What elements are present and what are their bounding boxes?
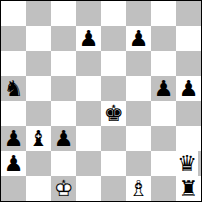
square-g3[interactable] bbox=[151, 126, 176, 151]
square-a5[interactable]: ♞ bbox=[1, 76, 26, 101]
square-d6[interactable] bbox=[76, 51, 101, 76]
square-b1[interactable] bbox=[26, 176, 51, 201]
piece-black-pawn: ♟ bbox=[51, 126, 76, 151]
square-h7[interactable] bbox=[176, 26, 201, 51]
square-e4[interactable]: ♚ bbox=[101, 101, 126, 126]
square-g8[interactable] bbox=[151, 1, 176, 26]
square-d2[interactable] bbox=[76, 151, 101, 176]
square-c2[interactable] bbox=[51, 151, 76, 176]
square-g4[interactable] bbox=[151, 101, 176, 126]
square-g2[interactable] bbox=[151, 151, 176, 176]
square-d8[interactable] bbox=[76, 1, 101, 26]
square-b4[interactable] bbox=[26, 101, 51, 126]
square-e5[interactable] bbox=[101, 76, 126, 101]
square-a8[interactable] bbox=[1, 1, 26, 26]
square-h4[interactable] bbox=[176, 101, 201, 126]
black-piece-glyph: ♟ bbox=[76, 26, 101, 51]
piece-black-pawn: ♟ bbox=[1, 126, 26, 151]
square-f7[interactable]: ♟ bbox=[126, 26, 151, 51]
square-a6[interactable] bbox=[1, 51, 26, 76]
square-e7[interactable] bbox=[101, 26, 126, 51]
square-d3[interactable] bbox=[76, 126, 101, 151]
square-f3[interactable] bbox=[126, 126, 151, 151]
black-piece-glyph: ♟ bbox=[1, 126, 26, 151]
square-b6[interactable] bbox=[26, 51, 51, 76]
piece-black-pawn: ♟ bbox=[151, 76, 176, 101]
piece-black-king: ♚ bbox=[101, 101, 126, 126]
square-b2[interactable] bbox=[26, 151, 51, 176]
square-g5[interactable]: ♟ bbox=[151, 76, 176, 101]
square-d1[interactable] bbox=[76, 176, 101, 201]
square-a1[interactable] bbox=[1, 176, 26, 201]
board-grid: ♟♟♞♟♟♚♟♝♟♟♛♚♔♝♗♜ bbox=[1, 1, 201, 201]
square-g7[interactable] bbox=[151, 26, 176, 51]
square-c3[interactable]: ♟ bbox=[51, 126, 76, 151]
square-g6[interactable] bbox=[151, 51, 176, 76]
square-f4[interactable] bbox=[126, 101, 151, 126]
square-c5[interactable] bbox=[51, 76, 76, 101]
black-piece-glyph: ♟ bbox=[126, 26, 151, 51]
square-f8[interactable] bbox=[126, 1, 151, 26]
white-piece-outline-layer: ♔ bbox=[51, 176, 76, 201]
black-piece-glyph: ♟ bbox=[176, 76, 201, 101]
square-e1[interactable] bbox=[101, 176, 126, 201]
square-a4[interactable] bbox=[1, 101, 26, 126]
square-h3[interactable] bbox=[176, 126, 201, 151]
square-h1[interactable]: ♜ bbox=[176, 176, 201, 201]
square-f5[interactable] bbox=[126, 76, 151, 101]
square-g1[interactable] bbox=[151, 176, 176, 201]
square-c1[interactable]: ♚♔ bbox=[51, 176, 76, 201]
square-a7[interactable] bbox=[1, 26, 26, 51]
chessboard: ♟♟♞♟♟♚♟♝♟♟♛♚♔♝♗♜ bbox=[0, 0, 202, 202]
square-h5[interactable]: ♟ bbox=[176, 76, 201, 101]
square-h6[interactable] bbox=[176, 51, 201, 76]
black-piece-glyph: ♚ bbox=[101, 101, 126, 126]
piece-black-pawn: ♟ bbox=[76, 26, 101, 51]
black-piece-glyph: ♟ bbox=[1, 151, 26, 176]
square-c4[interactable] bbox=[51, 101, 76, 126]
black-piece-glyph: ♝ bbox=[26, 126, 51, 151]
square-b3[interactable]: ♝ bbox=[26, 126, 51, 151]
square-c7[interactable] bbox=[51, 26, 76, 51]
piece-white-king: ♚♔ bbox=[51, 176, 76, 201]
black-piece-glyph: ♟ bbox=[51, 126, 76, 151]
square-d4[interactable] bbox=[76, 101, 101, 126]
square-e6[interactable] bbox=[101, 51, 126, 76]
square-e8[interactable] bbox=[101, 1, 126, 26]
square-h2[interactable]: ♛ bbox=[176, 151, 201, 176]
square-f2[interactable] bbox=[126, 151, 151, 176]
piece-black-knight: ♞ bbox=[1, 76, 26, 101]
square-d7[interactable]: ♟ bbox=[76, 26, 101, 51]
piece-black-rook: ♜ bbox=[176, 176, 201, 201]
piece-black-bishop: ♝ bbox=[26, 126, 51, 151]
square-b8[interactable] bbox=[26, 1, 51, 26]
square-a2[interactable]: ♟ bbox=[1, 151, 26, 176]
square-a3[interactable]: ♟ bbox=[1, 126, 26, 151]
piece-black-pawn: ♟ bbox=[126, 26, 151, 51]
piece-black-queen: ♛ bbox=[176, 151, 198, 176]
piece-black-pawn: ♟ bbox=[176, 76, 201, 101]
square-h8[interactable] bbox=[176, 1, 201, 26]
square-c6[interactable] bbox=[51, 51, 76, 76]
black-piece-glyph: ♞ bbox=[1, 76, 26, 101]
square-c8[interactable] bbox=[51, 1, 76, 26]
square-f6[interactable] bbox=[126, 51, 151, 76]
piece-white-bishop: ♝♗ bbox=[126, 176, 151, 201]
square-d5[interactable] bbox=[76, 76, 101, 101]
square-f1[interactable]: ♝♗ bbox=[126, 176, 151, 201]
square-e3[interactable] bbox=[101, 126, 126, 151]
black-piece-glyph: ♟ bbox=[151, 76, 176, 101]
piece-black-pawn: ♟ bbox=[1, 151, 26, 176]
black-piece-glyph: ♛ bbox=[176, 151, 198, 176]
square-e2[interactable] bbox=[101, 151, 126, 176]
square-b5[interactable] bbox=[26, 76, 51, 101]
black-piece-glyph: ♜ bbox=[176, 176, 201, 201]
square-b7[interactable] bbox=[26, 26, 51, 51]
white-piece-outline-layer: ♗ bbox=[126, 176, 151, 201]
